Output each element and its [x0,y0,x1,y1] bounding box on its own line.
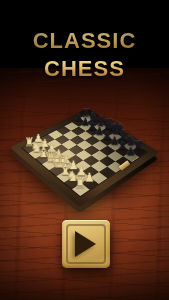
app-root: ♜♞♝♛♚♝♞♜♟♟♟♟♟♟♟♟♟♟♟♟♟♟♟♟♜♞♝♛♚♝♞♜ CLASSIC… [0,0,169,300]
white-rook: ♜ [75,176,87,190]
title-line-1: CLASSIC [0,27,169,55]
play-button[interactable] [62,220,110,268]
play-icon [75,231,96,257]
black-pawn: ♟ [126,145,137,156]
title-line-2: CHESS [0,55,169,83]
app-title: CLASSIC CHESS [0,27,169,83]
